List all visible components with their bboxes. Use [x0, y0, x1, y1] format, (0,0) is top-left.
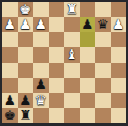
square-b4[interactable] [95, 47, 111, 62]
square-h4[interactable] [2, 47, 18, 62]
square-e5[interactable] [49, 63, 65, 78]
square-e2[interactable] [49, 17, 65, 32]
square-a1[interactable] [111, 2, 127, 17]
white-pawn[interactable]: ♟ [19, 17, 31, 31]
square-a6[interactable] [111, 78, 127, 93]
square-a5[interactable] [111, 63, 127, 78]
square-h5[interactable] [2, 63, 18, 78]
square-a2[interactable]: ♟ [111, 17, 127, 32]
black-pawn[interactable]: ♟ [35, 78, 47, 92]
square-f5[interactable] [33, 63, 49, 78]
square-e1[interactable] [49, 2, 65, 17]
black-pawn[interactable]: ♟ [81, 17, 93, 31]
square-g1[interactable]: ♚ [18, 2, 34, 17]
square-g3[interactable] [18, 32, 34, 47]
square-c1[interactable] [80, 2, 96, 17]
square-d4[interactable]: ♝ [64, 47, 80, 62]
square-d3[interactable] [64, 32, 80, 47]
square-d2[interactable] [64, 17, 80, 32]
square-h6[interactable] [2, 78, 18, 93]
black-queen[interactable]: ♛ [97, 17, 109, 31]
black-pawn[interactable]: ♟ [19, 93, 31, 107]
square-h7[interactable]: ♟ [2, 93, 18, 108]
square-f3[interactable] [33, 32, 49, 47]
square-c7[interactable] [80, 93, 96, 108]
square-g8[interactable]: ♜ [18, 108, 34, 123]
square-a3[interactable] [111, 32, 127, 47]
square-f8[interactable] [33, 108, 49, 123]
square-d7[interactable] [64, 93, 80, 108]
square-b1[interactable] [95, 2, 111, 17]
white-king[interactable]: ♚ [19, 2, 31, 16]
chess-app-frame: ♚♜♟♟♟♟♛♟♝♟♟♟♛♚♜ [0, 0, 128, 126]
square-e6[interactable] [49, 78, 65, 93]
square-c5[interactable] [80, 63, 96, 78]
square-h3[interactable] [2, 32, 18, 47]
square-e4[interactable] [49, 47, 65, 62]
white-pawn[interactable]: ♟ [35, 17, 47, 31]
square-d6[interactable] [64, 78, 80, 93]
square-a4[interactable] [111, 47, 127, 62]
square-g7[interactable]: ♟ [18, 93, 34, 108]
square-d8[interactable] [64, 108, 80, 123]
square-b6[interactable] [95, 78, 111, 93]
square-c4[interactable] [80, 47, 96, 62]
square-f4[interactable] [33, 47, 49, 62]
white-bishop[interactable]: ♝ [66, 48, 78, 62]
square-d5[interactable] [64, 63, 80, 78]
square-e7[interactable] [49, 93, 65, 108]
square-h8[interactable]: ♚ [2, 108, 18, 123]
square-c6[interactable] [80, 78, 96, 93]
square-h2[interactable]: ♟ [2, 17, 18, 32]
square-g6[interactable] [18, 78, 34, 93]
square-g5[interactable] [18, 63, 34, 78]
square-f2[interactable]: ♟ [33, 17, 49, 32]
square-e3[interactable] [49, 32, 65, 47]
square-c8[interactable] [80, 108, 96, 123]
square-b7[interactable] [95, 93, 111, 108]
square-f1[interactable] [33, 2, 49, 17]
square-c3[interactable] [80, 32, 96, 47]
square-g2[interactable]: ♟ [18, 17, 34, 32]
square-b3[interactable] [95, 32, 111, 47]
square-a7[interactable] [111, 93, 127, 108]
square-b5[interactable] [95, 63, 111, 78]
square-e8[interactable] [49, 108, 65, 123]
white-queen[interactable]: ♛ [35, 93, 47, 107]
square-d1[interactable]: ♜ [64, 2, 80, 17]
chess-board: ♚♜♟♟♟♟♛♟♝♟♟♟♛♚♜ [2, 2, 126, 123]
white-pawn[interactable]: ♟ [4, 17, 16, 31]
square-b2[interactable]: ♛ [95, 17, 111, 32]
square-g4[interactable] [18, 47, 34, 62]
square-h1[interactable] [2, 2, 18, 17]
square-a8[interactable] [111, 108, 127, 123]
black-rook[interactable]: ♜ [19, 108, 31, 122]
white-pawn[interactable]: ♟ [112, 17, 124, 31]
black-king[interactable]: ♚ [4, 108, 16, 122]
square-f7[interactable]: ♛ [33, 93, 49, 108]
white-rook[interactable]: ♜ [66, 2, 78, 16]
square-b8[interactable] [95, 108, 111, 123]
black-pawn[interactable]: ♟ [4, 93, 16, 107]
square-f6[interactable]: ♟ [33, 78, 49, 93]
square-c2[interactable]: ♟ [80, 17, 96, 32]
